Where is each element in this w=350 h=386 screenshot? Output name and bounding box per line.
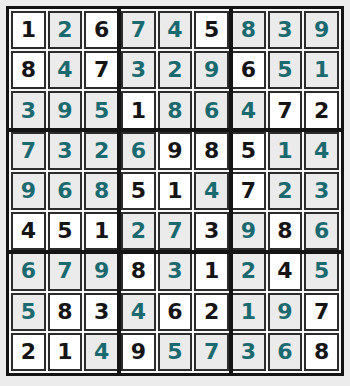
solved-digit: 8 — [241, 19, 256, 41]
cell-r4c4[interactable]: 6 — [121, 132, 156, 170]
cell-r8c2[interactable]: 8 — [48, 293, 83, 331]
given-digit: 5 — [57, 220, 72, 242]
cell-r5c4[interactable]: 5 — [121, 172, 156, 210]
cell-r1c3[interactable]: 6 — [84, 11, 119, 49]
solved-digit: 3 — [21, 100, 36, 122]
solved-digit: 1 — [314, 59, 329, 81]
cell-r6c1[interactable]: 4 — [11, 212, 46, 250]
cell-r9c9[interactable]: 8 — [304, 333, 339, 371]
cell-r3c2[interactable]: 9 — [48, 91, 83, 129]
solved-digit: 9 — [314, 19, 329, 41]
solved-digit: 2 — [131, 220, 146, 242]
solved-digit: 7 — [167, 220, 182, 242]
solved-digit: 3 — [241, 341, 256, 363]
cell-r5c1[interactable]: 9 — [11, 172, 46, 210]
given-digit: 4 — [277, 260, 292, 282]
cell-r4c6[interactable]: 8 — [194, 132, 229, 170]
cell-r9c6[interactable]: 7 — [194, 333, 229, 371]
given-digit: 8 — [131, 260, 146, 282]
given-digit: 6 — [167, 301, 182, 323]
solved-digit: 5 — [314, 260, 329, 282]
solved-digit: 7 — [21, 140, 36, 162]
cell-r2c6[interactable]: 9 — [194, 51, 229, 89]
solved-digit: 4 — [94, 341, 109, 363]
cell-r8c3[interactable]: 3 — [84, 293, 119, 331]
cell-r2c5[interactable]: 2 — [158, 51, 193, 89]
solved-digit: 1 — [241, 301, 256, 323]
given-digit: 7 — [94, 59, 109, 81]
solved-digit: 6 — [204, 100, 219, 122]
cell-r1c1[interactable]: 1 — [11, 11, 46, 49]
cell-r6c8[interactable]: 8 — [268, 212, 303, 250]
solved-digit: 3 — [131, 59, 146, 81]
cell-r5c7[interactable]: 7 — [231, 172, 266, 210]
given-digit: 6 — [241, 59, 256, 81]
cell-r6c7[interactable]: 9 — [231, 212, 266, 250]
solved-digit: 2 — [94, 140, 109, 162]
given-digit: 9 — [167, 140, 182, 162]
given-digit: 1 — [21, 19, 36, 41]
cell-r1c9[interactable]: 9 — [304, 11, 339, 49]
given-digit: 3 — [204, 220, 219, 242]
given-digit: 8 — [277, 220, 292, 242]
solved-digit: 2 — [277, 180, 292, 202]
solved-digit: 7 — [131, 19, 146, 41]
given-digit: 9 — [131, 341, 146, 363]
solved-digit: 4 — [167, 19, 182, 41]
sudoku-grid: 1267458398473296513951864727326985149685… — [11, 11, 339, 371]
given-digit: 1 — [94, 220, 109, 242]
cell-r8c9[interactable]: 7 — [304, 293, 339, 331]
cell-r4c7[interactable]: 5 — [231, 132, 266, 170]
solved-digit: 3 — [57, 140, 72, 162]
solved-digit: 9 — [241, 220, 256, 242]
cell-r6c6[interactable]: 3 — [194, 212, 229, 250]
cell-r3c1[interactable]: 3 — [11, 91, 46, 129]
given-digit: 5 — [131, 180, 146, 202]
cell-r5c3[interactable]: 8 — [84, 172, 119, 210]
cell-r3c3[interactable]: 5 — [84, 91, 119, 129]
cell-r2c4[interactable]: 3 — [121, 51, 156, 89]
cell-r9c7[interactable]: 3 — [231, 333, 266, 371]
cell-r2c9[interactable]: 1 — [304, 51, 339, 89]
cell-r5c6[interactable]: 4 — [194, 172, 229, 210]
solved-digit: 9 — [277, 301, 292, 323]
given-digit: 8 — [204, 140, 219, 162]
cell-r7c5[interactable]: 3 — [158, 252, 193, 290]
solved-digit: 5 — [167, 341, 182, 363]
solved-digit: 2 — [57, 19, 72, 41]
solved-digit: 5 — [94, 100, 109, 122]
cell-r9c4[interactable]: 9 — [121, 333, 156, 371]
cell-r7c3[interactable]: 9 — [84, 252, 119, 290]
solved-digit: 6 — [314, 220, 329, 242]
given-digit: 3 — [94, 301, 109, 323]
solved-digit: 2 — [241, 260, 256, 282]
cell-r7c9[interactable]: 5 — [304, 252, 339, 290]
cell-r6c4[interactable]: 2 — [121, 212, 156, 250]
given-digit: 1 — [204, 260, 219, 282]
cell-r2c2[interactable]: 4 — [48, 51, 83, 89]
given-digit: 2 — [314, 100, 329, 122]
cell-r1c4[interactable]: 7 — [121, 11, 156, 49]
solved-digit: 6 — [277, 341, 292, 363]
cell-r1c7[interactable]: 8 — [231, 11, 266, 49]
solved-digit: 8 — [167, 100, 182, 122]
cell-r4c8[interactable]: 1 — [268, 132, 303, 170]
cell-r3c7[interactable]: 4 — [231, 91, 266, 129]
given-digit: 1 — [131, 100, 146, 122]
solved-digit: 3 — [314, 180, 329, 202]
given-digit: 8 — [57, 301, 72, 323]
given-digit: 7 — [241, 180, 256, 202]
cell-r2c7[interactable]: 6 — [231, 51, 266, 89]
cell-r3c6[interactable]: 6 — [194, 91, 229, 129]
solved-digit: 4 — [204, 180, 219, 202]
cell-r3c4[interactable]: 1 — [121, 91, 156, 129]
solved-digit: 6 — [21, 260, 36, 282]
cell-r2c3[interactable]: 7 — [84, 51, 119, 89]
solved-digit: 2 — [167, 59, 182, 81]
given-digit: 8 — [21, 59, 36, 81]
solved-digit: 7 — [204, 341, 219, 363]
solved-digit: 3 — [277, 19, 292, 41]
cell-r6c3[interactable]: 1 — [84, 212, 119, 250]
cell-r7c4[interactable]: 8 — [121, 252, 156, 290]
solved-digit: 5 — [21, 301, 36, 323]
cell-r9c8[interactable]: 6 — [268, 333, 303, 371]
cell-r8c5[interactable]: 6 — [158, 293, 193, 331]
cell-r5c9[interactable]: 3 — [304, 172, 339, 210]
cell-r9c3[interactable]: 4 — [84, 333, 119, 371]
cell-r8c6[interactable]: 2 — [194, 293, 229, 331]
solved-digit: 9 — [204, 59, 219, 81]
cell-r8c7[interactable]: 1 — [231, 293, 266, 331]
solved-digit: 3 — [167, 260, 182, 282]
given-digit: 7 — [314, 301, 329, 323]
cell-r4c2[interactable]: 3 — [48, 132, 83, 170]
cell-r9c1[interactable]: 2 — [11, 333, 46, 371]
given-digit: 7 — [277, 100, 292, 122]
cell-r3c5[interactable]: 8 — [158, 91, 193, 129]
solved-digit: 8 — [94, 180, 109, 202]
cell-r7c1[interactable]: 6 — [11, 252, 46, 290]
cell-r9c2[interactable]: 1 — [48, 333, 83, 371]
solved-digit: 5 — [277, 59, 292, 81]
cell-r9c5[interactable]: 5 — [158, 333, 193, 371]
given-digit: 2 — [21, 341, 36, 363]
sudoku-board: 1267458398473296513951864727326985149685… — [6, 6, 344, 376]
cell-r8c1[interactable]: 5 — [11, 293, 46, 331]
cell-r7c2[interactable]: 7 — [48, 252, 83, 290]
given-digit: 1 — [167, 180, 182, 202]
given-digit: 8 — [314, 341, 329, 363]
given-digit: 6 — [94, 19, 109, 41]
cell-r2c8[interactable]: 5 — [268, 51, 303, 89]
cell-r7c6[interactable]: 1 — [194, 252, 229, 290]
solved-digit: 7 — [57, 260, 72, 282]
solved-digit: 4 — [241, 100, 256, 122]
cell-r7c7[interactable]: 2 — [231, 252, 266, 290]
cell-r1c6[interactable]: 5 — [194, 11, 229, 49]
cell-r4c3[interactable]: 2 — [84, 132, 119, 170]
cell-r5c2[interactable]: 6 — [48, 172, 83, 210]
solved-digit: 9 — [94, 260, 109, 282]
cell-r3c9[interactable]: 2 — [304, 91, 339, 129]
cell-r4c1[interactable]: 7 — [11, 132, 46, 170]
cell-r8c8[interactable]: 9 — [268, 293, 303, 331]
given-digit: 2 — [204, 301, 219, 323]
solved-digit: 9 — [21, 180, 36, 202]
given-digit: 5 — [204, 19, 219, 41]
solved-digit: 4 — [131, 301, 146, 323]
cell-r4c9[interactable]: 4 — [304, 132, 339, 170]
cell-r8c4[interactable]: 4 — [121, 293, 156, 331]
solved-digit: 6 — [131, 140, 146, 162]
solved-digit: 9 — [57, 100, 72, 122]
cell-r1c8[interactable]: 3 — [268, 11, 303, 49]
cell-r7c8[interactable]: 4 — [268, 252, 303, 290]
cell-r5c5[interactable]: 1 — [158, 172, 193, 210]
cell-r6c9[interactable]: 6 — [304, 212, 339, 250]
given-digit: 1 — [57, 341, 72, 363]
solved-digit: 4 — [314, 140, 329, 162]
cell-r4c5[interactable]: 9 — [158, 132, 193, 170]
cell-r6c2[interactable]: 5 — [48, 212, 83, 250]
cell-r1c2[interactable]: 2 — [48, 11, 83, 49]
given-digit: 4 — [21, 220, 36, 242]
cell-r1c5[interactable]: 4 — [158, 11, 193, 49]
cell-r2c1[interactable]: 8 — [11, 51, 46, 89]
solved-digit: 1 — [277, 140, 292, 162]
cell-r3c8[interactable]: 7 — [268, 91, 303, 129]
cell-r6c5[interactable]: 7 — [158, 212, 193, 250]
given-digit: 5 — [241, 140, 256, 162]
solved-digit: 6 — [57, 180, 72, 202]
solved-digit: 4 — [57, 59, 72, 81]
cell-r5c8[interactable]: 2 — [268, 172, 303, 210]
